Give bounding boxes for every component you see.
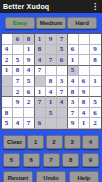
cell-r8c5[interactable]: 5 bbox=[46, 108, 57, 119]
cell-r7c1[interactable] bbox=[2, 97, 13, 108]
digit-6-button[interactable]: 6 bbox=[23, 153, 40, 167]
cell-r4c7[interactable]: 5 bbox=[68, 66, 79, 77]
cell-r7c9[interactable]: 5 bbox=[90, 97, 101, 108]
undo-button[interactable]: Undo bbox=[36, 171, 66, 182]
cell-r1c1[interactable] bbox=[2, 34, 13, 45]
cell-r9c1[interactable]: 5 bbox=[2, 118, 13, 129]
clear-button[interactable]: Clear bbox=[3, 135, 26, 149]
cell-r5c5[interactable]: 8 bbox=[46, 76, 57, 87]
cell-r2c7[interactable]: 6 bbox=[68, 45, 79, 56]
cell-r5c7[interactable]: 4 bbox=[68, 76, 79, 87]
tab-easy[interactable]: Easy bbox=[5, 17, 35, 29]
tab-hard[interactable]: Hard bbox=[67, 17, 97, 29]
cell-r6c6[interactable]: 7 bbox=[57, 87, 68, 98]
cell-r3c8[interactable] bbox=[79, 55, 90, 66]
cell-r9c6[interactable] bbox=[57, 118, 68, 129]
cell-r3c5[interactable]: 7 bbox=[46, 55, 57, 66]
sudoku-board: 6819741856925947618184757583461261478992… bbox=[1, 33, 102, 130]
cell-r9c4[interactable]: 6 bbox=[35, 118, 46, 129]
cell-r6c8[interactable]: 9 bbox=[79, 87, 90, 98]
cell-r5c9[interactable]: 1 bbox=[90, 76, 101, 87]
cell-r7c6[interactable]: 4 bbox=[57, 97, 68, 108]
restart-button[interactable]: Restart bbox=[3, 171, 33, 182]
cell-r8c3[interactable] bbox=[24, 108, 35, 119]
cell-r3c1[interactable]: 2 bbox=[2, 55, 13, 66]
digit-8-button[interactable]: 8 bbox=[62, 153, 79, 167]
cell-r3c6[interactable]: 6 bbox=[57, 55, 68, 66]
cell-r3c9[interactable]: 8 bbox=[90, 55, 101, 66]
cell-r2c9[interactable]: 9 bbox=[90, 45, 101, 56]
keypad-row-1: Clear 1 2 3 4 bbox=[3, 135, 99, 149]
cell-r5c1[interactable] bbox=[2, 76, 13, 87]
cell-r8c2[interactable] bbox=[13, 108, 24, 119]
cell-r7c7[interactable]: 3 bbox=[68, 97, 79, 108]
cell-r6c5[interactable]: 4 bbox=[46, 87, 57, 98]
cell-r6c1[interactable] bbox=[2, 87, 13, 98]
cell-r7c3[interactable]: 2 bbox=[24, 97, 35, 108]
cell-r2c5[interactable] bbox=[46, 45, 57, 56]
keypad-row-2: 5 6 7 8 9 bbox=[3, 153, 99, 167]
cell-r2c2[interactable] bbox=[13, 45, 24, 56]
cell-r4c9[interactable] bbox=[90, 66, 101, 77]
cell-r8c7[interactable]: 7 bbox=[68, 108, 79, 119]
cell-r7c5[interactable]: 1 bbox=[46, 97, 57, 108]
keypad: Clear 1 2 3 4 5 6 7 8 9 Restart Undo Hel… bbox=[0, 130, 102, 182]
app-title: Better Xudoq bbox=[3, 3, 49, 10]
cell-r5c4[interactable] bbox=[35, 76, 46, 87]
cell-r5c6[interactable]: 3 bbox=[57, 76, 68, 87]
cell-r2c3[interactable]: 1 bbox=[24, 45, 35, 56]
cell-r2c8[interactable] bbox=[79, 45, 90, 56]
cell-r7c4[interactable]: 7 bbox=[35, 97, 46, 108]
cell-r9c7[interactable]: 9 bbox=[68, 118, 79, 129]
cell-r3c2[interactable]: 5 bbox=[13, 55, 24, 66]
cell-r1c2[interactable]: 6 bbox=[13, 34, 24, 45]
cell-r4c4[interactable]: 7 bbox=[35, 66, 46, 77]
cell-r4c1[interactable]: 1 bbox=[2, 66, 13, 77]
cell-r8c4[interactable] bbox=[35, 108, 46, 119]
cell-r2c6[interactable]: 5 bbox=[57, 45, 68, 56]
cell-r4c6[interactable] bbox=[57, 66, 68, 77]
cell-r6c3[interactable]: 6 bbox=[24, 87, 35, 98]
cell-r9c3[interactable]: 7 bbox=[24, 118, 35, 129]
cell-r2c1[interactable]: 4 bbox=[2, 45, 13, 56]
cell-r5c3[interactable]: 5 bbox=[24, 76, 35, 87]
cell-r1c8[interactable] bbox=[79, 34, 90, 45]
cell-r9c5[interactable] bbox=[46, 118, 57, 129]
cell-r4c8[interactable] bbox=[79, 66, 90, 77]
tab-medium[interactable]: Medium bbox=[36, 17, 67, 29]
title-bar: Better Xudoq ⋮ bbox=[0, 0, 102, 13]
cell-r8c1[interactable]: 8 bbox=[2, 108, 13, 119]
cell-r1c6[interactable]: 7 bbox=[57, 34, 68, 45]
cell-r6c9[interactable] bbox=[90, 87, 101, 98]
cell-r3c3[interactable]: 9 bbox=[24, 55, 35, 66]
digit-9-button[interactable]: 9 bbox=[82, 153, 99, 167]
cell-r7c2[interactable]: 9 bbox=[13, 97, 24, 108]
cell-r1c5[interactable]: 9 bbox=[46, 34, 57, 45]
keypad-row-3: Restart Undo Help bbox=[3, 171, 99, 182]
digit-3-button[interactable]: 3 bbox=[64, 135, 81, 149]
digit-7-button[interactable]: 7 bbox=[43, 153, 60, 167]
cell-r6c4[interactable]: 1 bbox=[35, 87, 46, 98]
cell-r6c7[interactable]: 8 bbox=[68, 87, 79, 98]
cell-r1c3[interactable]: 8 bbox=[24, 34, 35, 45]
cell-r4c2[interactable]: 8 bbox=[13, 66, 24, 77]
cell-r4c3[interactable]: 4 bbox=[24, 66, 35, 77]
difficulty-tabs: Easy Medium Hard bbox=[0, 13, 102, 32]
digit-2-button[interactable]: 2 bbox=[46, 135, 63, 149]
cell-r2c4[interactable]: 8 bbox=[35, 45, 46, 56]
cell-r1c7[interactable] bbox=[68, 34, 79, 45]
help-button[interactable]: Help bbox=[69, 171, 99, 182]
cell-r5c2[interactable]: 7 bbox=[13, 76, 24, 87]
cell-r1c4[interactable]: 1 bbox=[35, 34, 46, 45]
cell-r8c9[interactable]: 6 bbox=[90, 108, 101, 119]
digit-4-button[interactable]: 4 bbox=[82, 135, 99, 149]
cell-r8c8[interactable]: 4 bbox=[79, 108, 90, 119]
cell-r8c6[interactable] bbox=[57, 108, 68, 119]
cell-r7c8[interactable]: 8 bbox=[79, 97, 90, 108]
cell-r3c4[interactable]: 4 bbox=[35, 55, 46, 66]
cell-r9c8[interactable]: 1 bbox=[79, 118, 90, 129]
overflow-menu-icon[interactable]: ⋮ bbox=[91, 3, 99, 11]
cell-r6c2[interactable]: 2 bbox=[13, 87, 24, 98]
cell-r3c7[interactable]: 1 bbox=[68, 55, 79, 66]
cell-r9c2[interactable]: 4 bbox=[13, 118, 24, 129]
cell-r1c9[interactable] bbox=[90, 34, 101, 45]
cell-r9c9[interactable]: 2 bbox=[90, 118, 101, 129]
cell-r4c5[interactable] bbox=[46, 66, 57, 77]
digit-1-button[interactable]: 1 bbox=[27, 135, 44, 149]
cell-r5c8[interactable]: 6 bbox=[79, 76, 90, 87]
digit-5-button[interactable]: 5 bbox=[3, 153, 20, 167]
